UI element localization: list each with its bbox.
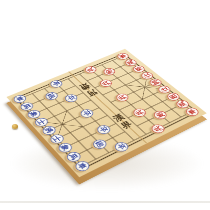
piece-blue-soldier[interactable]: 卒 xyxy=(78,107,95,118)
piece-red-cannon[interactable]: 炮 xyxy=(101,67,117,77)
piece-red-chariot[interactable]: 車 xyxy=(183,106,201,117)
brass-clasp xyxy=(12,124,18,129)
piece-blue-advisor[interactable]: 士 xyxy=(33,116,50,128)
piece-blue-elephant[interactable]: 象 xyxy=(56,141,74,154)
piece-blue-soldier[interactable]: 卒 xyxy=(63,93,80,104)
piece-blue-soldier[interactable]: 卒 xyxy=(95,123,113,135)
xiangqi-board[interactable]: 楚 河 漢 界 車馬相仕帥仕相馬車炮炮兵兵兵兵兵卒卒卒卒卒砲砲車馬象士將士象馬車 xyxy=(6,49,206,178)
product-photo-scene: 楚 河 漢 界 車馬相仕帥仕相馬車炮炮兵兵兵兵兵卒卒卒卒卒砲砲車馬象士將士象馬車 xyxy=(0,0,210,210)
piece-red-soldier[interactable]: 兵 xyxy=(149,122,167,134)
piece-blue-soldier[interactable]: 卒 xyxy=(112,140,131,153)
piece-blue-horse[interactable]: 馬 xyxy=(64,150,83,163)
piece-blue-general[interactable]: 將 xyxy=(40,124,58,136)
piece-blue-cannon[interactable]: 砲 xyxy=(91,138,109,151)
pieces-layer: 車馬相仕帥仕相馬車炮炮兵兵兵兵兵卒卒卒卒卒砲砲車馬象士將士象馬車 xyxy=(6,49,206,178)
piece-blue-advisor[interactable]: 士 xyxy=(48,132,66,144)
piece-red-cannon[interactable]: 炮 xyxy=(152,109,170,120)
piece-blue-soldier[interactable]: 卒 xyxy=(48,79,64,89)
piece-blue-elephant[interactable]: 象 xyxy=(26,108,43,119)
piece-red-soldier[interactable]: 兵 xyxy=(98,78,114,88)
piece-red-soldier[interactable]: 兵 xyxy=(83,65,99,74)
piece-red-soldier[interactable]: 兵 xyxy=(114,92,131,103)
piece-red-soldier[interactable]: 兵 xyxy=(131,107,148,118)
board-perspective-wrapper: 楚 河 漢 界 車馬相仕帥仕相馬車炮炮兵兵兵兵兵卒卒卒卒卒砲砲車馬象士將士象馬車 xyxy=(0,0,210,210)
piece-red-horse[interactable]: 馬 xyxy=(174,98,191,109)
piece-blue-chariot[interactable]: 車 xyxy=(73,159,92,173)
piece-blue-cannon[interactable]: 砲 xyxy=(43,90,60,101)
